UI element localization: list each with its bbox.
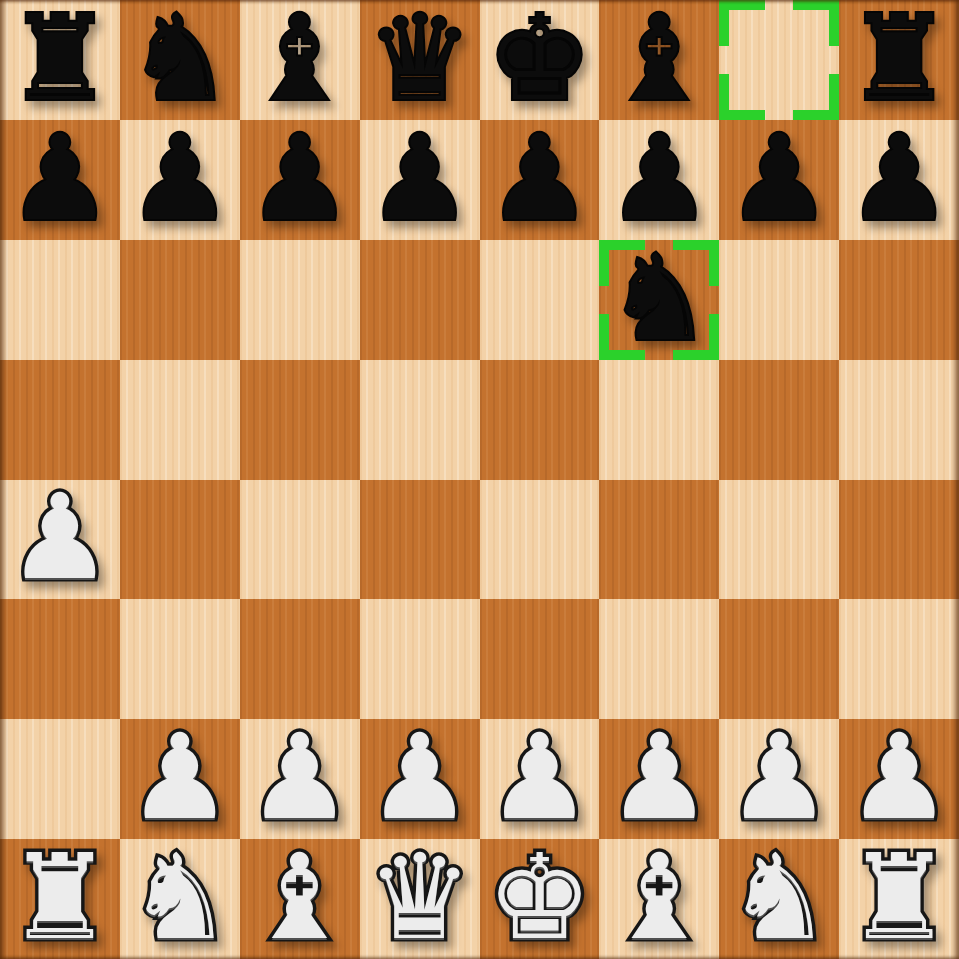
piece-black-pawn-f7[interactable]: ♟ [606,119,712,237]
square-f1[interactable]: ♝ [599,839,719,959]
piece-black-king-e8[interactable]: ♚ [487,0,593,117]
piece-white-bishop-c1[interactable]: ♝ [247,838,353,956]
square-b4[interactable] [120,480,240,600]
square-h4[interactable] [839,480,959,600]
square-a6[interactable] [0,240,120,360]
square-a1[interactable]: ♜ [0,839,120,959]
square-b1[interactable]: ♞ [120,839,240,959]
square-d1[interactable]: ♛ [360,839,480,959]
chess-board: ♜♞♝♛♚♝♜♟♟♟♟♟♟♟♟♞♟♟♟♟♟♟♟♟♜♞♝♛♚♝♞♜ [0,0,959,959]
piece-white-pawn-e2[interactable]: ♟ [487,718,593,836]
square-c2[interactable]: ♟ [240,719,360,839]
piece-white-pawn-c2[interactable]: ♟ [247,718,353,836]
square-f8[interactable]: ♝ [599,0,719,120]
square-f5[interactable] [599,360,719,480]
piece-black-rook-a8[interactable]: ♜ [7,0,113,117]
piece-black-pawn-h7[interactable]: ♟ [846,119,952,237]
chess-board-window: ♜♞♝♛♚♝♜♟♟♟♟♟♟♟♟♞♟♟♟♟♟♟♟♟♜♞♝♛♚♝♞♜ [0,0,959,959]
square-d7[interactable]: ♟ [360,120,480,240]
square-d3[interactable] [360,599,480,719]
square-b8[interactable]: ♞ [120,0,240,120]
square-d6[interactable] [360,240,480,360]
square-h8[interactable]: ♜ [839,0,959,120]
square-g6[interactable] [719,240,839,360]
square-g8[interactable] [719,0,839,120]
square-f3[interactable] [599,599,719,719]
square-c8[interactable]: ♝ [240,0,360,120]
piece-white-pawn-b2[interactable]: ♟ [127,718,233,836]
piece-white-rook-a1[interactable]: ♜ [7,838,113,956]
square-c5[interactable] [240,360,360,480]
square-d4[interactable] [360,480,480,600]
square-c1[interactable]: ♝ [240,839,360,959]
square-b5[interactable] [120,360,240,480]
square-c3[interactable] [240,599,360,719]
piece-white-king-e1[interactable]: ♚ [487,838,593,956]
square-a3[interactable] [0,599,120,719]
piece-white-pawn-g2[interactable]: ♟ [726,718,832,836]
square-b3[interactable] [120,599,240,719]
square-c4[interactable] [240,480,360,600]
piece-black-rook-h8[interactable]: ♜ [846,0,952,117]
square-h7[interactable]: ♟ [839,120,959,240]
square-f2[interactable]: ♟ [599,719,719,839]
last-move-highlight-g8-tr [793,0,839,46]
square-d8[interactable]: ♛ [360,0,480,120]
square-c7[interactable]: ♟ [240,120,360,240]
square-a5[interactable] [0,360,120,480]
square-a4[interactable]: ♟ [0,480,120,600]
piece-white-pawn-f2[interactable]: ♟ [606,718,712,836]
square-f7[interactable]: ♟ [599,120,719,240]
square-a7[interactable]: ♟ [0,120,120,240]
piece-white-knight-g1[interactable]: ♞ [726,838,832,956]
square-h5[interactable] [839,360,959,480]
square-f6[interactable]: ♞ [599,240,719,360]
square-e8[interactable]: ♚ [480,0,600,120]
piece-black-bishop-c8[interactable]: ♝ [247,0,353,117]
piece-black-pawn-a7[interactable]: ♟ [7,119,113,237]
square-g4[interactable] [719,480,839,600]
square-h6[interactable] [839,240,959,360]
square-e4[interactable] [480,480,600,600]
piece-white-bishop-f1[interactable]: ♝ [606,838,712,956]
piece-black-knight-b8[interactable]: ♞ [127,0,233,117]
piece-white-knight-b1[interactable]: ♞ [127,838,233,956]
square-e5[interactable] [480,360,600,480]
square-b2[interactable]: ♟ [120,719,240,839]
square-h1[interactable]: ♜ [839,839,959,959]
square-b7[interactable]: ♟ [120,120,240,240]
square-e7[interactable]: ♟ [480,120,600,240]
piece-black-knight-f6[interactable]: ♞ [606,239,712,357]
square-g7[interactable]: ♟ [719,120,839,240]
piece-black-pawn-e7[interactable]: ♟ [487,119,593,237]
square-d5[interactable] [360,360,480,480]
piece-black-pawn-g7[interactable]: ♟ [726,119,832,237]
piece-black-queen-d8[interactable]: ♛ [367,0,473,117]
square-b6[interactable] [120,240,240,360]
square-e6[interactable] [480,240,600,360]
piece-black-pawn-d7[interactable]: ♟ [367,119,473,237]
square-e1[interactable]: ♚ [480,839,600,959]
last-move-highlight-g8-tl [719,0,765,46]
piece-white-pawn-h2[interactable]: ♟ [846,718,952,836]
square-g2[interactable]: ♟ [719,719,839,839]
square-e2[interactable]: ♟ [480,719,600,839]
square-h2[interactable]: ♟ [839,719,959,839]
piece-black-bishop-f8[interactable]: ♝ [606,0,712,117]
square-g1[interactable]: ♞ [719,839,839,959]
square-g5[interactable] [719,360,839,480]
square-a2[interactable] [0,719,120,839]
piece-black-pawn-c7[interactable]: ♟ [247,119,353,237]
piece-white-queen-d1[interactable]: ♛ [367,838,473,956]
piece-white-pawn-d2[interactable]: ♟ [367,718,473,836]
square-f4[interactable] [599,480,719,600]
piece-black-pawn-b7[interactable]: ♟ [127,119,233,237]
square-g3[interactable] [719,599,839,719]
square-c6[interactable] [240,240,360,360]
piece-white-pawn-a4[interactable]: ♟ [7,478,113,596]
square-e3[interactable] [480,599,600,719]
square-a8[interactable]: ♜ [0,0,120,120]
square-d2[interactable]: ♟ [360,719,480,839]
square-h3[interactable] [839,599,959,719]
piece-white-rook-h1[interactable]: ♜ [846,838,952,956]
